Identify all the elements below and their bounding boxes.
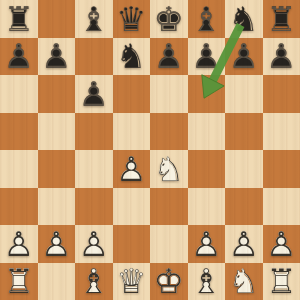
white-knight: ♞♘ bbox=[225, 263, 263, 300]
square-c7[interactable] bbox=[75, 38, 113, 76]
square-h2[interactable]: ♟♙ bbox=[263, 225, 301, 263]
black-pawn-outline-icon: ♙ bbox=[75, 75, 113, 113]
black-bishop: ♝♗ bbox=[188, 0, 226, 38]
black-rook-outline-icon: ♖ bbox=[0, 0, 38, 38]
white-king-outline-icon: ♔ bbox=[150, 263, 188, 300]
white-pawn-outline-icon: ♙ bbox=[75, 225, 113, 263]
square-e2[interactable] bbox=[150, 225, 188, 263]
white-bishop: ♝♗ bbox=[188, 263, 226, 300]
white-pawn: ♟♙ bbox=[225, 225, 263, 263]
square-c8[interactable]: ♝♗ bbox=[75, 0, 113, 38]
square-a3[interactable] bbox=[0, 188, 38, 226]
black-bishop: ♝♗ bbox=[75, 0, 113, 38]
white-pawn-outline-icon: ♙ bbox=[225, 225, 263, 263]
white-rook: ♜♖ bbox=[263, 263, 301, 300]
white-pawn-outline-icon: ♙ bbox=[113, 150, 151, 188]
white-pawn: ♟♙ bbox=[113, 150, 151, 188]
square-d6[interactable] bbox=[113, 75, 151, 113]
black-knight-outline-icon: ♘ bbox=[225, 0, 263, 38]
square-g3[interactable] bbox=[225, 188, 263, 226]
square-b7[interactable]: ♟♙ bbox=[38, 38, 76, 76]
square-f7[interactable]: ♟♙ bbox=[188, 38, 226, 76]
black-knight-outline-icon: ♘ bbox=[113, 38, 151, 76]
white-pawn-outline-icon: ♙ bbox=[188, 225, 226, 263]
square-c6[interactable]: ♟♙ bbox=[75, 75, 113, 113]
square-d3[interactable] bbox=[113, 188, 151, 226]
square-b8[interactable] bbox=[38, 0, 76, 38]
black-pawn: ♟♙ bbox=[188, 38, 226, 76]
square-f5[interactable] bbox=[188, 113, 226, 151]
square-e4[interactable]: ♞♘ bbox=[150, 150, 188, 188]
square-g5[interactable] bbox=[225, 113, 263, 151]
square-f3[interactable] bbox=[188, 188, 226, 226]
black-pawn-outline-icon: ♙ bbox=[0, 38, 38, 76]
square-e5[interactable] bbox=[150, 113, 188, 151]
black-queen: ♛♕ bbox=[113, 0, 151, 38]
white-king: ♚♔ bbox=[150, 263, 188, 300]
square-d8[interactable]: ♛♕ bbox=[113, 0, 151, 38]
square-e8[interactable]: ♚♔ bbox=[150, 0, 188, 38]
black-pawn-outline-icon: ♙ bbox=[150, 38, 188, 76]
black-bishop-outline-icon: ♗ bbox=[188, 0, 226, 38]
white-pawn: ♟♙ bbox=[75, 225, 113, 263]
black-pawn-outline-icon: ♙ bbox=[188, 38, 226, 76]
black-pawn-outline-icon: ♙ bbox=[263, 38, 301, 76]
square-h3[interactable] bbox=[263, 188, 301, 226]
white-pawn: ♟♙ bbox=[188, 225, 226, 263]
square-g6[interactable] bbox=[225, 75, 263, 113]
square-a6[interactable] bbox=[0, 75, 38, 113]
black-queen-outline-icon: ♕ bbox=[113, 0, 151, 38]
square-c3[interactable] bbox=[75, 188, 113, 226]
black-bishop-outline-icon: ♗ bbox=[75, 0, 113, 38]
square-d5[interactable] bbox=[113, 113, 151, 151]
square-h5[interactable] bbox=[263, 113, 301, 151]
black-pawn: ♟♙ bbox=[38, 38, 76, 76]
square-a8[interactable]: ♜♖ bbox=[0, 0, 38, 38]
square-f1[interactable]: ♝♗ bbox=[188, 263, 226, 300]
black-king-outline-icon: ♔ bbox=[150, 0, 188, 38]
white-pawn: ♟♙ bbox=[263, 225, 301, 263]
white-pawn: ♟♙ bbox=[0, 225, 38, 263]
white-bishop-outline-icon: ♗ bbox=[75, 263, 113, 300]
white-rook-outline-icon: ♖ bbox=[263, 263, 301, 300]
square-a4[interactable] bbox=[0, 150, 38, 188]
board-squares: ♜♖♝♗♛♕♚♔♝♗♞♘♜♖♟♙♟♙♞♘♟♙♟♙♟♙♟♙♟♙♟♙♞♘♟♙♟♙♟♙… bbox=[0, 0, 300, 300]
white-pawn-outline-icon: ♙ bbox=[263, 225, 301, 263]
black-knight: ♞♘ bbox=[113, 38, 151, 76]
square-c1[interactable]: ♝♗ bbox=[75, 263, 113, 300]
black-rook: ♜♖ bbox=[263, 0, 301, 38]
square-f8[interactable]: ♝♗ bbox=[188, 0, 226, 38]
square-c4[interactable] bbox=[75, 150, 113, 188]
white-knight-outline-icon: ♘ bbox=[225, 263, 263, 300]
white-pawn-outline-icon: ♙ bbox=[0, 225, 38, 263]
square-f2[interactable]: ♟♙ bbox=[188, 225, 226, 263]
black-pawn: ♟♙ bbox=[0, 38, 38, 76]
square-g2[interactable]: ♟♙ bbox=[225, 225, 263, 263]
square-d1[interactable]: ♛♕ bbox=[113, 263, 151, 300]
white-pawn-outline-icon: ♙ bbox=[38, 225, 76, 263]
square-c2[interactable]: ♟♙ bbox=[75, 225, 113, 263]
square-b5[interactable] bbox=[38, 113, 76, 151]
square-h1[interactable]: ♜♖ bbox=[263, 263, 301, 300]
square-f6[interactable] bbox=[188, 75, 226, 113]
square-h4[interactable] bbox=[263, 150, 301, 188]
square-b2[interactable]: ♟♙ bbox=[38, 225, 76, 263]
square-b3[interactable] bbox=[38, 188, 76, 226]
square-d7[interactable]: ♞♘ bbox=[113, 38, 151, 76]
chess-board: ♜♖♝♗♛♕♚♔♝♗♞♘♜♖♟♙♟♙♞♘♟♙♟♙♟♙♟♙♟♙♟♙♞♘♟♙♟♙♟♙… bbox=[0, 0, 300, 300]
white-queen-outline-icon: ♕ bbox=[113, 263, 151, 300]
square-g4[interactable] bbox=[225, 150, 263, 188]
white-queen: ♛♕ bbox=[113, 263, 151, 300]
black-pawn: ♟♙ bbox=[263, 38, 301, 76]
square-c5[interactable] bbox=[75, 113, 113, 151]
square-b1[interactable] bbox=[38, 263, 76, 300]
black-pawn-outline-icon: ♙ bbox=[225, 38, 263, 76]
square-g8[interactable]: ♞♘ bbox=[225, 0, 263, 38]
square-a1[interactable]: ♜♖ bbox=[0, 263, 38, 300]
square-a2[interactable]: ♟♙ bbox=[0, 225, 38, 263]
square-d4[interactable]: ♟♙ bbox=[113, 150, 151, 188]
black-rook-outline-icon: ♖ bbox=[263, 0, 301, 38]
black-pawn: ♟♙ bbox=[150, 38, 188, 76]
white-knight-outline-icon: ♘ bbox=[150, 150, 188, 188]
black-pawn: ♟♙ bbox=[75, 75, 113, 113]
black-rook: ♜♖ bbox=[0, 0, 38, 38]
square-g7[interactable]: ♟♙ bbox=[225, 38, 263, 76]
white-pawn: ♟♙ bbox=[38, 225, 76, 263]
square-e7[interactable]: ♟♙ bbox=[150, 38, 188, 76]
white-bishop-outline-icon: ♗ bbox=[188, 263, 226, 300]
white-bishop: ♝♗ bbox=[75, 263, 113, 300]
white-rook: ♜♖ bbox=[0, 263, 38, 300]
black-king: ♚♔ bbox=[150, 0, 188, 38]
square-h8[interactable]: ♜♖ bbox=[263, 0, 301, 38]
square-b4[interactable] bbox=[38, 150, 76, 188]
square-a7[interactable]: ♟♙ bbox=[0, 38, 38, 76]
square-h6[interactable] bbox=[263, 75, 301, 113]
square-b6[interactable] bbox=[38, 75, 76, 113]
black-knight: ♞♘ bbox=[225, 0, 263, 38]
black-pawn: ♟♙ bbox=[225, 38, 263, 76]
square-e6[interactable] bbox=[150, 75, 188, 113]
white-rook-outline-icon: ♖ bbox=[0, 263, 38, 300]
black-pawn-outline-icon: ♙ bbox=[38, 38, 76, 76]
square-d2[interactable] bbox=[113, 225, 151, 263]
square-g1[interactable]: ♞♘ bbox=[225, 263, 263, 300]
white-knight: ♞♘ bbox=[150, 150, 188, 188]
square-a5[interactable] bbox=[0, 113, 38, 151]
square-e1[interactable]: ♚♔ bbox=[150, 263, 188, 300]
square-f4[interactable] bbox=[188, 150, 226, 188]
square-h7[interactable]: ♟♙ bbox=[263, 38, 301, 76]
square-e3[interactable] bbox=[150, 188, 188, 226]
